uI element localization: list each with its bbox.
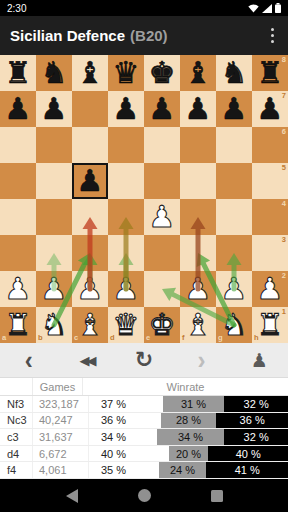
white-win-segment: 34 %	[89, 429, 157, 445]
white-pawn-a2: ♟	[0, 271, 36, 307]
winrate-column-header: Winrate	[82, 378, 288, 395]
white-pawn-c2: ♟	[72, 271, 108, 307]
square-b5[interactable]	[36, 163, 72, 199]
square-d4[interactable]	[108, 199, 144, 235]
black-king-e8: ♚	[144, 55, 180, 91]
square-e6[interactable]	[144, 127, 180, 163]
square-c2[interactable]: ♟	[72, 271, 108, 307]
move-san: c3	[0, 429, 32, 445]
square-a8[interactable]: ♜	[0, 55, 36, 91]
clock: 2:30	[7, 3, 26, 14]
square-c8[interactable]: ♝	[72, 55, 108, 91]
square-a1[interactable]: ♜a	[0, 307, 36, 343]
move-san: f4	[0, 462, 32, 478]
file-label-h: h	[254, 334, 259, 342]
file-label-d: d	[110, 334, 115, 342]
page-title: Sicilian Defence(B20)	[10, 27, 168, 44]
black-knight-g8: ♞	[216, 55, 252, 91]
square-h4[interactable]: 4	[252, 199, 288, 235]
white-pawn-f2: ♟	[180, 271, 216, 307]
square-g3[interactable]	[216, 235, 252, 271]
games-count: 4,061	[32, 462, 82, 478]
square-h3[interactable]: 3	[252, 235, 288, 271]
overflow-menu-icon[interactable]	[267, 24, 279, 48]
square-d7[interactable]: ♟	[108, 91, 144, 127]
square-g2[interactable]: ♟	[216, 271, 252, 307]
square-c1[interactable]: ♝c	[72, 307, 108, 343]
square-f6[interactable]	[180, 127, 216, 163]
black-pawn-d7: ♟	[108, 91, 144, 127]
white-win-segment: 36 %	[89, 413, 161, 429]
square-f3[interactable]	[180, 235, 216, 271]
black-pawn-e7: ♟	[144, 91, 180, 127]
square-h8[interactable]: ♜8	[252, 55, 288, 91]
winrate-bar: 35 %24 %41 %	[88, 462, 288, 478]
white-bishop-f1: ♝	[180, 307, 216, 343]
white-pawn-g2: ♟	[216, 271, 252, 307]
square-d5[interactable]	[108, 163, 144, 199]
square-f7[interactable]: ♟	[180, 91, 216, 127]
square-b6[interactable]	[36, 127, 72, 163]
square-h7[interactable]: ♟7	[252, 91, 288, 127]
square-b7[interactable]: ♟	[36, 91, 72, 127]
white-win-segment: 35 %	[89, 462, 159, 478]
file-label-e: e	[146, 334, 150, 342]
square-d6[interactable]	[108, 127, 144, 163]
square-d2[interactable]: ♟	[108, 271, 144, 307]
square-c4[interactable]	[72, 199, 108, 235]
square-g5[interactable]	[216, 163, 252, 199]
table-header: Games Winrate	[0, 378, 288, 396]
square-f4[interactable]	[180, 199, 216, 235]
games-count: 6,672	[32, 446, 82, 462]
file-label-c: c	[74, 334, 78, 342]
move-san: Nc3	[0, 413, 32, 429]
square-f1[interactable]: ♝f	[180, 307, 216, 343]
black-bishop-f8: ♝	[180, 55, 216, 91]
square-a5[interactable]	[0, 163, 36, 199]
square-b1[interactable]: ♞b	[36, 307, 72, 343]
square-e2[interactable]	[144, 271, 180, 307]
rank-label-6: 6	[282, 128, 286, 136]
white-win-segment: 37 %	[89, 396, 163, 412]
white-pawn-b2: ♟	[36, 271, 72, 307]
android-recents-button[interactable]	[211, 490, 223, 502]
move-row-d4[interactable]: d46,67240 %20 %40 %	[0, 446, 288, 463]
square-a3[interactable]	[0, 235, 36, 271]
status-bar: 2:30	[0, 0, 288, 16]
rank-label-1: 1	[282, 308, 286, 316]
move-row-c3[interactable]: c331,63734 %34 %32 %	[0, 429, 288, 446]
games-count: 31,637	[32, 429, 82, 445]
move-row-Nc3[interactable]: Nc340,24736 %28 %36 %	[0, 413, 288, 430]
board-container: ♜♞♝♛♚♝♞♜8♟♟♟♟♟♟♟76♟5♟43♟♟♟♟♟♟♟2♜a♞b♝c♛d♚…	[0, 55, 288, 343]
android-nav-bar	[0, 479, 288, 512]
black-pawn-g7: ♟	[216, 91, 252, 127]
draw-segment: 28 %	[161, 413, 217, 429]
draw-segment: 20 %	[169, 446, 209, 462]
square-c7[interactable]	[72, 91, 108, 127]
pieces-button[interactable]: ♟	[239, 343, 279, 377]
draw-segment: 24 %	[159, 462, 207, 478]
square-c3[interactable]	[72, 235, 108, 271]
square-f2[interactable]: ♟	[180, 271, 216, 307]
black-pawn-a7: ♟	[0, 91, 36, 127]
games-column-header: Games	[32, 378, 82, 395]
battery-icon	[275, 3, 281, 13]
cell-signal-icon	[262, 4, 272, 13]
black-win-segment: 41 %	[206, 462, 288, 478]
square-g8[interactable]: ♞	[216, 55, 252, 91]
square-b8[interactable]: ♞	[36, 55, 72, 91]
square-h6[interactable]: 6	[252, 127, 288, 163]
black-rook-a8: ♜	[0, 55, 36, 91]
square-b3[interactable]	[36, 235, 72, 271]
file-label-a: a	[2, 334, 6, 342]
winrate-bar: 37 %31 %32 %	[88, 396, 288, 412]
square-e1[interactable]: ♚e	[144, 307, 180, 343]
square-a6[interactable]	[0, 127, 36, 163]
rank-label-7: 7	[282, 92, 286, 100]
square-a2[interactable]: ♟	[0, 271, 36, 307]
moves-statistics-table: Games Winrate Nf3323,18737 %31 %32 %Nc34…	[0, 378, 288, 479]
black-bishop-c8: ♝	[72, 55, 108, 91]
white-pawn-e4: ♟	[144, 199, 180, 235]
black-queen-d8: ♛	[108, 55, 144, 91]
move-san: d4	[0, 446, 32, 462]
square-g6[interactable]	[216, 127, 252, 163]
black-win-segment: 40 %	[208, 446, 288, 462]
square-e7[interactable]: ♟	[144, 91, 180, 127]
app-bar: Sicilian Defence(B20)	[0, 16, 288, 55]
move-san: Nf3	[0, 396, 32, 412]
reset-board-button[interactable]: ↻	[124, 343, 164, 377]
wifi-icon	[248, 4, 259, 13]
square-e4[interactable]: ♟	[144, 199, 180, 235]
rank-label-8: 8	[282, 56, 286, 64]
android-home-button[interactable]	[138, 489, 151, 502]
black-win-segment: 36 %	[216, 413, 288, 429]
square-g4[interactable]	[216, 199, 252, 235]
eco-code: (B20)	[130, 27, 168, 44]
square-d8[interactable]: ♛	[108, 55, 144, 91]
square-a7[interactable]: ♟	[0, 91, 36, 127]
black-win-segment: 32 %	[224, 429, 288, 445]
square-g1[interactable]: ♞g	[216, 307, 252, 343]
rewind-to-start-button[interactable]: ◀◀	[66, 343, 106, 377]
black-pawn-f7: ♟	[180, 91, 216, 127]
square-d3[interactable]	[108, 235, 144, 271]
square-f5[interactable]	[180, 163, 216, 199]
move-row-f4[interactable]: f44,06135 %24 %41 %	[0, 462, 288, 479]
games-count: 323,187	[32, 396, 82, 412]
square-c6[interactable]	[72, 127, 108, 163]
draw-segment: 31 %	[163, 396, 225, 412]
square-a4[interactable]	[0, 199, 36, 235]
winrate-bar: 40 %20 %40 %	[88, 446, 288, 462]
rank-label-5: 5	[282, 164, 286, 172]
app-screen: 2:30 Sicilian Defence(B20) ♜♞♝♛♚♝♞♜8♟♟♟♟…	[0, 0, 288, 512]
square-d1[interactable]: ♛d	[108, 307, 144, 343]
square-b4[interactable]	[36, 199, 72, 235]
square-h2[interactable]: ♟2	[252, 271, 288, 307]
winrate-bar: 34 %34 %32 %	[88, 429, 288, 445]
chess-board: ♜♞♝♛♚♝♞♜8♟♟♟♟♟♟♟76♟5♟43♟♟♟♟♟♟♟2♜a♞b♝c♛d♚…	[0, 55, 288, 343]
square-f8[interactable]: ♝	[180, 55, 216, 91]
white-win-segment: 40 %	[89, 446, 169, 462]
square-c5[interactable]: ♟	[72, 163, 108, 199]
square-e3[interactable]	[144, 235, 180, 271]
draw-segment: 34 %	[157, 429, 225, 445]
back-move-button[interactable]: ‹	[9, 341, 49, 378]
android-back-button[interactable]	[66, 489, 78, 503]
navigation-toolbar: ‹ ◀◀ ↻ › ♟	[0, 343, 288, 378]
games-count: 40,247	[32, 413, 82, 429]
rank-label-3: 3	[282, 236, 286, 244]
table-body: Nf3323,18737 %31 %32 %Nc340,24736 %28 %3…	[0, 396, 288, 479]
square-g7[interactable]: ♟	[216, 91, 252, 127]
black-knight-b8: ♞	[36, 55, 72, 91]
black-pawn-b7: ♟	[36, 91, 72, 127]
move-row-Nf3[interactable]: Nf3323,18737 %31 %32 %	[0, 396, 288, 413]
rank-label-2: 2	[282, 272, 286, 280]
square-b2[interactable]: ♟	[36, 271, 72, 307]
square-h1[interactable]: ♜h1	[252, 307, 288, 343]
square-h5[interactable]: 5	[252, 163, 288, 199]
square-e5[interactable]	[144, 163, 180, 199]
black-pawn-c5: ♟	[72, 163, 108, 199]
winrate-bar: 36 %28 %36 %	[88, 413, 288, 429]
forward-move-button[interactable]: ›	[182, 341, 222, 378]
square-e8[interactable]: ♚	[144, 55, 180, 91]
rank-label-4: 4	[282, 200, 286, 208]
black-win-segment: 32 %	[224, 396, 288, 412]
white-pawn-d2: ♟	[108, 271, 144, 307]
